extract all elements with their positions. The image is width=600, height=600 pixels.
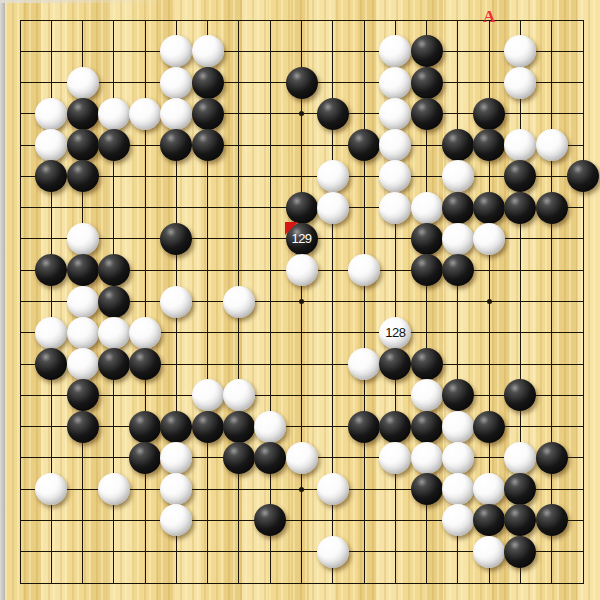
black-stone <box>379 348 411 380</box>
black-stone <box>442 254 474 286</box>
white-stone <box>504 35 536 67</box>
black-stone <box>98 129 130 161</box>
black-stone <box>536 504 568 536</box>
black-stone <box>35 254 67 286</box>
grid-line <box>551 20 552 584</box>
black-stone <box>317 98 349 130</box>
white-stone <box>317 192 349 224</box>
black-stone <box>473 192 505 224</box>
black-stone <box>536 442 568 474</box>
white-stone <box>223 286 255 318</box>
white-stone <box>348 254 380 286</box>
black-stone <box>98 286 130 318</box>
white-stone <box>442 473 474 505</box>
white-stone <box>286 254 318 286</box>
black-stone <box>129 411 161 443</box>
white-stone <box>317 160 349 192</box>
black-stone <box>98 254 130 286</box>
go-board[interactable]: 129128 <box>0 0 600 600</box>
black-stone <box>411 223 443 255</box>
white-stone <box>379 192 411 224</box>
white-stone <box>35 98 67 130</box>
white-stone <box>379 98 411 130</box>
white-stone <box>160 67 192 99</box>
white-stone <box>160 35 192 67</box>
black-stone <box>223 411 255 443</box>
black-stone <box>286 192 318 224</box>
white-stone <box>442 442 474 474</box>
black-stone <box>254 504 286 536</box>
black-stone <box>536 192 568 224</box>
white-stone <box>286 442 318 474</box>
black-stone <box>411 35 443 67</box>
white-stone <box>536 129 568 161</box>
black-stone <box>504 160 536 192</box>
white-stone <box>192 35 224 67</box>
black-stone <box>129 348 161 380</box>
white-stone <box>442 223 474 255</box>
black-stone <box>348 411 380 443</box>
grid-line <box>20 395 584 396</box>
white-stone <box>254 411 286 443</box>
black-stone <box>67 98 99 130</box>
black-stone <box>411 473 443 505</box>
white-stone <box>379 67 411 99</box>
white-stone <box>160 442 192 474</box>
move-number-label: 128 <box>379 317 411 349</box>
black-stone <box>254 442 286 474</box>
white-stone <box>411 442 443 474</box>
white-stone <box>129 98 161 130</box>
black-stone <box>35 348 67 380</box>
black-stone <box>379 411 411 443</box>
black-stone <box>411 348 443 380</box>
black-stone <box>473 504 505 536</box>
black-stone <box>504 192 536 224</box>
white-stone <box>317 473 349 505</box>
black-stone <box>442 129 474 161</box>
white-stone <box>442 411 474 443</box>
go-app-screen: 129128 A <box>0 0 600 600</box>
white-stone <box>411 379 443 411</box>
white-stone <box>379 129 411 161</box>
black-stone <box>67 411 99 443</box>
black-stone <box>411 98 443 130</box>
white-stone <box>473 473 505 505</box>
white-stone <box>223 379 255 411</box>
black-stone <box>160 223 192 255</box>
black-stone <box>473 411 505 443</box>
white-stone <box>442 504 474 536</box>
star-point <box>487 299 492 304</box>
white-stone <box>411 192 443 224</box>
white-stone <box>504 442 536 474</box>
black-stone <box>129 442 161 474</box>
last-move-triangle-marker <box>285 222 298 235</box>
white-stone <box>504 129 536 161</box>
white-stone <box>98 317 130 349</box>
grid-line <box>20 583 584 584</box>
black-stone <box>473 129 505 161</box>
black-stone <box>504 536 536 568</box>
white-stone <box>317 536 349 568</box>
black-stone <box>473 98 505 130</box>
white-stone <box>67 348 99 380</box>
white-stone <box>35 129 67 161</box>
white-stone <box>67 286 99 318</box>
white-stone <box>160 473 192 505</box>
black-stone <box>67 254 99 286</box>
white-stone <box>348 348 380 380</box>
white-stone <box>192 379 224 411</box>
white-stone <box>67 223 99 255</box>
black-stone <box>67 129 99 161</box>
white-stone <box>67 317 99 349</box>
black-stone <box>223 442 255 474</box>
black-stone <box>67 160 99 192</box>
white-stone <box>67 67 99 99</box>
white-stone <box>160 504 192 536</box>
black-stone <box>35 160 67 192</box>
white-stone <box>98 473 130 505</box>
black-stone <box>192 129 224 161</box>
white-stone <box>442 160 474 192</box>
black-stone <box>411 254 443 286</box>
white-stone <box>379 442 411 474</box>
black-stone <box>411 67 443 99</box>
black-stone <box>160 129 192 161</box>
black-stone <box>192 98 224 130</box>
white-stone <box>504 67 536 99</box>
board-left-edge <box>0 0 5 600</box>
white-stone <box>473 223 505 255</box>
white-stone <box>98 98 130 130</box>
letter-annotation-A: A <box>477 7 501 27</box>
black-stone <box>160 411 192 443</box>
white-stone <box>379 35 411 67</box>
black-stone <box>192 411 224 443</box>
grid-line <box>583 20 584 584</box>
white-stone <box>129 317 161 349</box>
grid-line <box>364 20 365 584</box>
white-stone <box>160 98 192 130</box>
white-stone <box>379 160 411 192</box>
black-stone <box>192 67 224 99</box>
white-stone <box>35 317 67 349</box>
white-stone <box>160 286 192 318</box>
black-stone <box>504 379 536 411</box>
black-stone <box>504 473 536 505</box>
black-stone <box>442 192 474 224</box>
black-stone <box>286 67 318 99</box>
star-point <box>299 487 304 492</box>
black-stone <box>411 411 443 443</box>
white-stone <box>35 473 67 505</box>
star-point <box>299 299 304 304</box>
black-stone <box>442 379 474 411</box>
black-stone <box>67 379 99 411</box>
black-stone <box>504 504 536 536</box>
black-stone <box>348 129 380 161</box>
board-top-edge <box>0 0 170 3</box>
black-stone <box>567 160 599 192</box>
white-stone <box>473 536 505 568</box>
star-point <box>299 111 304 116</box>
black-stone <box>98 348 130 380</box>
